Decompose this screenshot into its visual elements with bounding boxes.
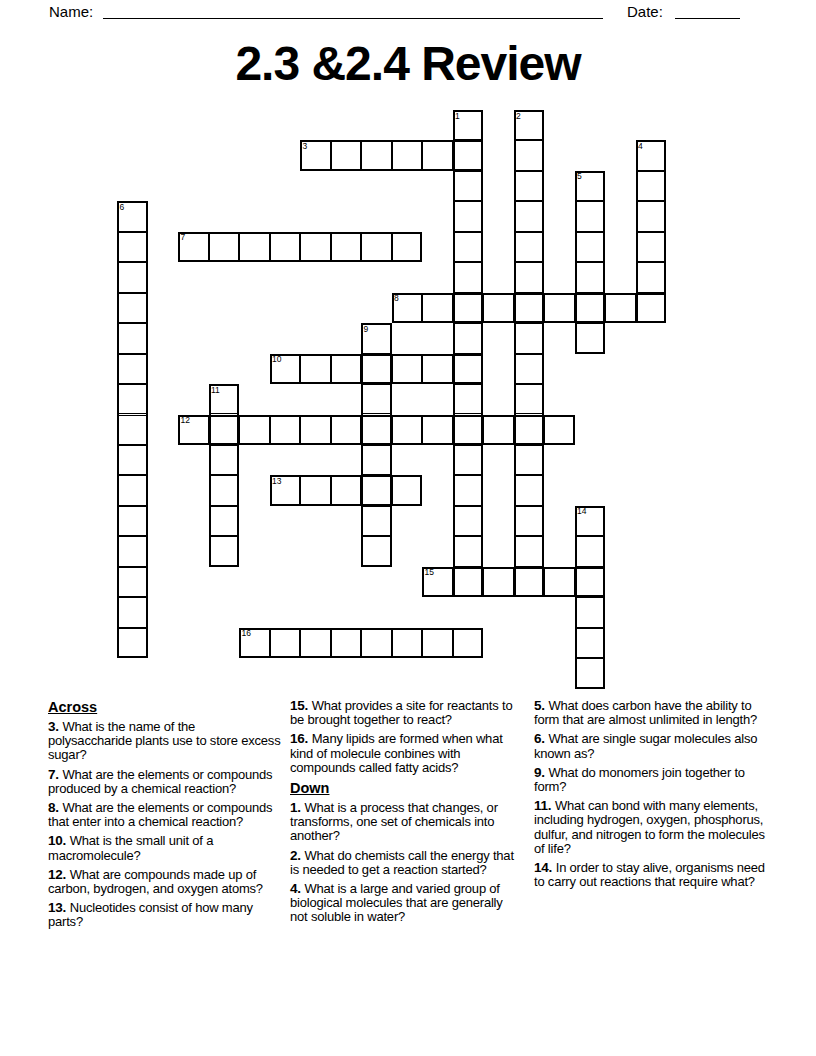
- grid-cell-r10c4[interactable]: [239, 415, 270, 445]
- grid-cell-r12c11[interactable]: [453, 475, 484, 505]
- grid-cell-r10c11[interactable]: [453, 415, 484, 445]
- grid-cell-r13c8[interactable]: [361, 506, 392, 536]
- clue-text-9D: What do monomers join together to form?: [534, 765, 745, 794]
- clue-text-10A: What is the small unit of a macromolecul…: [48, 833, 213, 862]
- grid-cell-r17c11[interactable]: [453, 628, 484, 658]
- clue-2D: 2. What do chemists call the energy that…: [290, 849, 523, 877]
- cell-number-3: 3: [303, 142, 308, 151]
- grid-cell-r5c17[interactable]: [636, 262, 667, 292]
- grid-cell-r4c8[interactable]: [361, 232, 392, 262]
- grid-cell-r9c11[interactable]: [453, 384, 484, 414]
- clue-3A: 3. What is the name of the polysaccharid…: [48, 720, 281, 763]
- grid-cell-r4c17[interactable]: [636, 232, 667, 262]
- grid-cell-r7c15[interactable]: [575, 323, 606, 353]
- clue-number-4D: 4.: [290, 881, 304, 896]
- clue-text-6D: What are single sugar molecules also kno…: [534, 731, 757, 760]
- clue-number-12A: 12.: [48, 867, 70, 882]
- cell-number-9: 9: [364, 325, 369, 334]
- grid-cell-r10c8[interactable]: [361, 415, 392, 445]
- grid-cell-r10c14[interactable]: [544, 415, 575, 445]
- grid-cell-r4c3[interactable]: [209, 232, 240, 262]
- clue-12A: 12. What are compounds made up of carbon…: [48, 868, 281, 896]
- clue-text-15A: What provides a site for reactants to be…: [290, 698, 512, 727]
- date-blank-line: [675, 2, 740, 19]
- grid-cell-r10c12[interactable]: [483, 415, 514, 445]
- clue-7A: 7. What are the elements or compounds pr…: [48, 768, 281, 796]
- grid-cell-r12c8[interactable]: [361, 475, 392, 505]
- cell-number-14: 14: [577, 507, 586, 516]
- down-heading: Down: [290, 780, 523, 796]
- grid-cell-r8c10[interactable]: [422, 354, 453, 384]
- grid-cell-r6c13[interactable]: [514, 293, 545, 323]
- cell-number-12: 12: [181, 416, 190, 425]
- grid-cell-r5c11[interactable]: [453, 262, 484, 292]
- grid-cell-r4c0[interactable]: [117, 232, 148, 262]
- grid-cell-r15c14[interactable]: [544, 567, 575, 597]
- grid-cell-r12c6[interactable]: [300, 475, 331, 505]
- grid-cell-r4c5[interactable]: [270, 232, 301, 262]
- grid-cell-r12c7[interactable]: [331, 475, 362, 505]
- grid-cell-r13c0[interactable]: [117, 506, 148, 536]
- grid-cell-r8c9[interactable]: [392, 354, 423, 384]
- grid-cell-r17c10[interactable]: [422, 628, 453, 658]
- name-label: Name:: [49, 3, 93, 20]
- cell-number-2: 2: [516, 112, 521, 121]
- grid-cell-r9c13[interactable]: [514, 384, 545, 414]
- clue-number-8A: 8.: [48, 800, 62, 815]
- clue-16A: 16. Many lipids are formed when what kin…: [290, 732, 523, 775]
- grid-cell-r10c10[interactable]: [422, 415, 453, 445]
- grid-cell-r8c11[interactable]: [453, 354, 484, 384]
- grid-cell-r10c0[interactable]: [117, 415, 148, 445]
- name-blank-line: [103, 2, 603, 19]
- clue-number-16A: 16.: [290, 731, 312, 746]
- clue-text-11D: What can bond with many elements, includ…: [534, 798, 765, 856]
- clue-text-14D: In order to stay alive, organisms need t…: [534, 860, 765, 889]
- grid-cell-r1c11[interactable]: [453, 140, 484, 170]
- grid-cell-r10c9[interactable]: [392, 415, 423, 445]
- grid-cell-r4c9[interactable]: [392, 232, 423, 262]
- grid-cell-r1c8[interactable]: [361, 140, 392, 170]
- grid-cell-r8c7[interactable]: [331, 354, 362, 384]
- cell-number-5: 5: [577, 172, 582, 181]
- grid-cell-r12c3[interactable]: [209, 475, 240, 505]
- grid-cell-r1c9[interactable]: [392, 140, 423, 170]
- grid-cell-r10c5[interactable]: [270, 415, 301, 445]
- grid-cell-r15c15[interactable]: [575, 567, 606, 597]
- grid-cell-r6c12[interactable]: [483, 293, 514, 323]
- grid-cell-r16c15[interactable]: [575, 597, 606, 627]
- clue-number-10A: 10.: [48, 833, 70, 848]
- cell-number-15: 15: [425, 568, 434, 577]
- clue-text-1D: What is a process that changes, or trans…: [290, 800, 498, 843]
- grid-cell-r11c13[interactable]: [514, 445, 545, 475]
- grid-cell-r6c10[interactable]: [422, 293, 453, 323]
- grid-cell-r11c3[interactable]: [209, 445, 240, 475]
- clue-14D: 14. In order to stay alive, organisms ne…: [534, 861, 767, 889]
- grid-cell-r17c15[interactable]: [575, 628, 606, 658]
- cell-number-4: 4: [638, 142, 643, 151]
- clue-text-12A: What are compounds made up of carbon, by…: [48, 867, 263, 896]
- clue-number-9D: 9.: [534, 765, 548, 780]
- clue-1D: 1. What is a process that changes, or tr…: [290, 801, 523, 844]
- grid-cell-r3c11[interactable]: [453, 201, 484, 231]
- grid-cell-r6c0[interactable]: [117, 293, 148, 323]
- clue-number-11D: 11.: [534, 798, 555, 813]
- grid-cell-r3c13[interactable]: [514, 201, 545, 231]
- grid-cell-r12c9[interactable]: [392, 475, 423, 505]
- grid-cell-r10c7[interactable]: [331, 415, 362, 445]
- clue-number-15A: 15.: [290, 698, 312, 713]
- clue-number-1D: 1.: [290, 800, 304, 815]
- clue-13A: 13. Nucleotides consist of how many part…: [48, 901, 281, 929]
- clue-text-4D: What is a large and varied group of biol…: [290, 881, 503, 924]
- grid-cell-r4c7[interactable]: [331, 232, 362, 262]
- clue-text-13A: Nucleotides consist of how many parts?: [48, 900, 253, 929]
- grid-cell-r11c11[interactable]: [453, 445, 484, 475]
- grid-cell-r6c11[interactable]: [453, 293, 484, 323]
- grid-cell-r8c13[interactable]: [514, 354, 545, 384]
- grid-cell-r10c6[interactable]: [300, 415, 331, 445]
- clue-8A: 8. What are the elements or compounds th…: [48, 801, 281, 829]
- cell-number-10: 10: [272, 355, 281, 364]
- cell-number-13: 13: [272, 477, 281, 486]
- grid-cell-r14c8[interactable]: [361, 536, 392, 566]
- grid-cell-r8c0[interactable]: [117, 354, 148, 384]
- grid-cell-r14c15[interactable]: [575, 536, 606, 566]
- grid-cell-r8c6[interactable]: [300, 354, 331, 384]
- grid-cell-r13c13[interactable]: [514, 506, 545, 536]
- grid-cell-r15c11[interactable]: [453, 567, 484, 597]
- clue-column-1: Across3. What is the name of the polysac…: [48, 699, 281, 935]
- clue-text-2D: What do chemists call the energy that is…: [290, 848, 514, 877]
- clue-text-16A: Many lipids are formed when what kind of…: [290, 731, 503, 774]
- grid-cell-r2c13[interactable]: [514, 171, 545, 201]
- grid-cell-r18c15[interactable]: [575, 658, 606, 688]
- cell-number-7: 7: [181, 233, 186, 242]
- clue-text-8A: What are the elements or compounds that …: [48, 800, 272, 829]
- clue-number-3A: 3.: [48, 719, 62, 734]
- grid-cell-r9c8[interactable]: [361, 384, 392, 414]
- cell-number-6: 6: [120, 203, 125, 212]
- grid-cell-r12c13[interactable]: [514, 475, 545, 505]
- clue-5D: 5. What does carbon have the ability to …: [534, 699, 767, 727]
- grid-cell-r7c0[interactable]: [117, 323, 148, 353]
- grid-cell-r17c7[interactable]: [331, 628, 362, 658]
- grid-cell-r8c8[interactable]: [361, 354, 392, 384]
- grid-cell-r2c17[interactable]: [636, 171, 667, 201]
- grid-cell-r15c12[interactable]: [483, 567, 514, 597]
- grid-cell-r5c13[interactable]: [514, 262, 545, 292]
- grid-cell-r17c8[interactable]: [361, 628, 392, 658]
- grid-cell-r15c13[interactable]: [514, 567, 545, 597]
- clue-number-2D: 2.: [290, 848, 304, 863]
- grid-cell-r11c0[interactable]: [117, 445, 148, 475]
- grid-cell-r9c0[interactable]: [117, 384, 148, 414]
- grid-cell-r16c0[interactable]: [117, 597, 148, 627]
- page-title: 2.3 &2.4 Review: [0, 36, 816, 91]
- clue-15A: 15. What provides a site for reactants t…: [290, 699, 523, 727]
- grid-cell-r10c13[interactable]: [514, 415, 545, 445]
- grid-cell-r13c11[interactable]: [453, 506, 484, 536]
- clue-number-13A: 13.: [48, 900, 70, 915]
- grid-cell-r5c15[interactable]: [575, 262, 606, 292]
- clue-number-7A: 7.: [48, 767, 62, 782]
- clue-number-6D: 6.: [534, 731, 548, 746]
- grid-cell-r4c15[interactable]: [575, 232, 606, 262]
- grid-cell-r6c16[interactable]: [605, 293, 636, 323]
- grid-cell-r2c11[interactable]: [453, 171, 484, 201]
- grid-cell-r10c3[interactable]: [209, 415, 240, 445]
- grid-cell-r6c15[interactable]: [575, 293, 606, 323]
- clue-column-3: 5. What does carbon have the ability to …: [534, 699, 767, 894]
- grid-cell-r14c0[interactable]: [117, 536, 148, 566]
- grid-cell-r14c3[interactable]: [209, 536, 240, 566]
- grid-cell-r11c8[interactable]: [361, 445, 392, 475]
- worksheet-page: Name: Date: 2.3 &2.4 Review 123456789101…: [0, 0, 816, 1056]
- clue-text-5D: What does carbon have the ability to for…: [534, 698, 757, 727]
- grid-cell-r4c13[interactable]: [514, 232, 545, 262]
- clue-11D: 11. What can bond with many elements, in…: [534, 799, 767, 856]
- grid-cell-r1c10[interactable]: [422, 140, 453, 170]
- grid-cell-r3c17[interactable]: [636, 201, 667, 231]
- clue-10A: 10. What is the small unit of a macromol…: [48, 834, 281, 862]
- clue-text-7A: What are the elements or compounds produ…: [48, 767, 272, 796]
- cell-number-8: 8: [394, 294, 399, 303]
- grid-cell-r6c17[interactable]: [636, 293, 667, 323]
- clue-text-3A: What is the name of the polysaccharide p…: [48, 719, 280, 762]
- clue-column-2: 15. What provides a site for reactants t…: [290, 699, 523, 930]
- clue-4D: 4. What is a large and varied group of b…: [290, 882, 523, 925]
- grid-cell-r15c0[interactable]: [117, 567, 148, 597]
- grid-cell-r12c0[interactable]: [117, 475, 148, 505]
- grid-cell-r4c4[interactable]: [239, 232, 270, 262]
- clue-number-5D: 5.: [534, 698, 548, 713]
- grid-cell-r5c0[interactable]: [117, 262, 148, 292]
- cell-number-1: 1: [455, 112, 460, 121]
- grid-cell-r6c14[interactable]: [544, 293, 575, 323]
- grid-cell-r7c13[interactable]: [514, 323, 545, 353]
- grid-cell-r1c7[interactable]: [331, 140, 362, 170]
- clue-number-14D: 14.: [534, 860, 556, 875]
- grid-cell-r1c13[interactable]: [514, 140, 545, 170]
- grid-cell-r17c0[interactable]: [117, 628, 148, 658]
- date-label: Date:: [627, 3, 663, 20]
- cell-number-11: 11: [211, 386, 220, 395]
- grid-cell-r14c13[interactable]: [514, 536, 545, 566]
- grid-cell-r4c11[interactable]: [453, 232, 484, 262]
- grid-cell-r14c11[interactable]: [453, 536, 484, 566]
- grid-cell-r17c6[interactable]: [300, 628, 331, 658]
- across-heading: Across: [48, 699, 281, 715]
- clue-9D: 9. What do monomers join together to for…: [534, 766, 767, 794]
- clue-6D: 6. What are single sugar molecules also …: [534, 732, 767, 760]
- grid-cell-r17c9[interactable]: [392, 628, 423, 658]
- grid-cell-r17c5[interactable]: [270, 628, 301, 658]
- grid-cell-r4c6[interactable]: [300, 232, 331, 262]
- grid-cell-r3c15[interactable]: [575, 201, 606, 231]
- grid-cell-r7c11[interactable]: [453, 323, 484, 353]
- cell-number-16: 16: [242, 629, 251, 638]
- grid-cell-r13c3[interactable]: [209, 506, 240, 536]
